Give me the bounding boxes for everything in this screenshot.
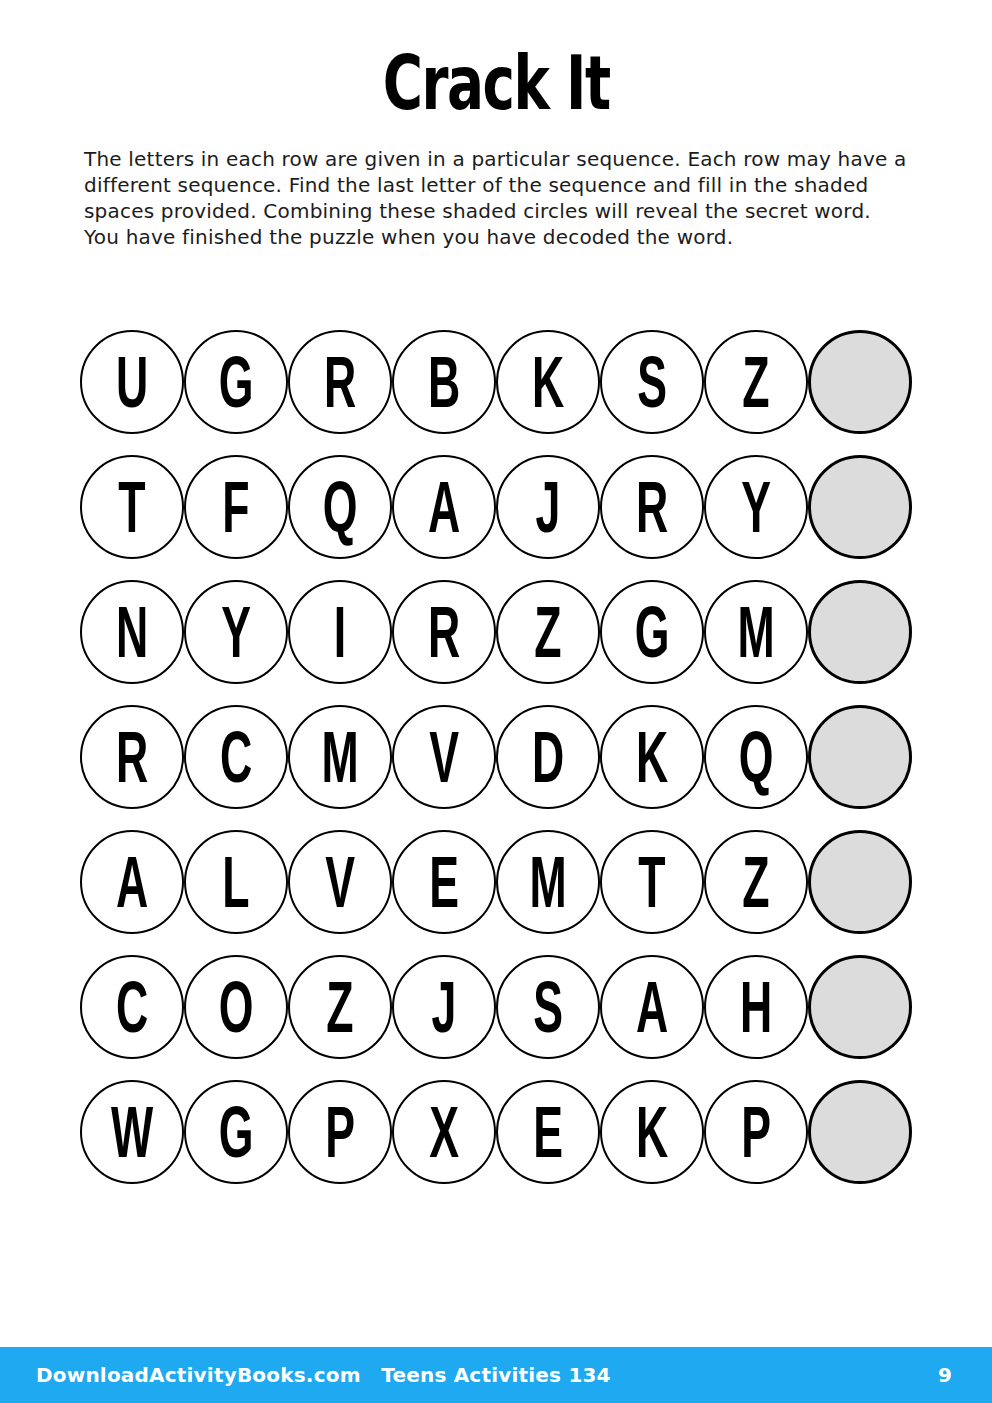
puzzle-board: UGRBKSZTFQAJRYNYIRZGMRCMVDKQALVEMTZCOZJS… bbox=[80, 330, 912, 1184]
letter-circle: K bbox=[600, 705, 704, 809]
letter-glyph: K bbox=[636, 1096, 668, 1168]
letter-glyph: R bbox=[324, 346, 356, 418]
letter-circle: F bbox=[184, 455, 288, 559]
board-row: RCMVDKQ bbox=[80, 705, 912, 809]
letter-glyph: E bbox=[533, 1096, 563, 1168]
letter-circle: Z bbox=[496, 580, 600, 684]
letter-glyph: Z bbox=[534, 596, 561, 668]
letter-glyph: J bbox=[432, 971, 457, 1043]
puzzle-page: Crack It The letters in each row are giv… bbox=[0, 0, 992, 1403]
footer-bar: DownloadActivityBooks.com Teens Activiti… bbox=[0, 1347, 992, 1403]
letter-circle: U bbox=[80, 330, 184, 434]
letter-glyph: R bbox=[116, 721, 148, 793]
letter-circle: Z bbox=[704, 330, 808, 434]
letter-circle: K bbox=[600, 1080, 704, 1184]
letter-circle: T bbox=[600, 830, 704, 934]
letter-glyph: A bbox=[428, 471, 460, 543]
letter-circle: R bbox=[288, 330, 392, 434]
letter-glyph: N bbox=[116, 596, 148, 668]
letter-glyph: G bbox=[219, 1096, 254, 1168]
answer-circle-shaded[interactable] bbox=[808, 955, 912, 1059]
letter-glyph: M bbox=[321, 721, 358, 793]
board-row: NYIRZGM bbox=[80, 580, 912, 684]
answer-circle-shaded[interactable] bbox=[808, 455, 912, 559]
letter-circle: Q bbox=[288, 455, 392, 559]
letter-circle: D bbox=[496, 705, 600, 809]
letter-glyph: Z bbox=[326, 971, 353, 1043]
letter-circle: P bbox=[704, 1080, 808, 1184]
letter-circle: V bbox=[392, 705, 496, 809]
letter-circle: Z bbox=[704, 830, 808, 934]
letter-circle: R bbox=[392, 580, 496, 684]
letter-circle: J bbox=[392, 955, 496, 1059]
footer-book-title: Teens Activities 134 bbox=[0, 1363, 992, 1387]
answer-circle-shaded[interactable] bbox=[808, 830, 912, 934]
letter-glyph: E bbox=[429, 846, 459, 918]
letter-glyph: B bbox=[428, 346, 460, 418]
letter-circle: M bbox=[704, 580, 808, 684]
footer-page-number: 9 bbox=[938, 1363, 952, 1387]
letter-glyph: X bbox=[429, 1096, 459, 1168]
letter-glyph: C bbox=[116, 971, 148, 1043]
letter-circle: Y bbox=[184, 580, 288, 684]
letter-glyph: K bbox=[636, 721, 668, 793]
letter-glyph: M bbox=[737, 596, 774, 668]
letter-glyph: I bbox=[334, 596, 346, 668]
letter-circle: G bbox=[184, 330, 288, 434]
letter-glyph: D bbox=[532, 721, 564, 793]
letter-glyph: H bbox=[740, 971, 772, 1043]
letter-circle: A bbox=[80, 830, 184, 934]
letter-circle: P bbox=[288, 1080, 392, 1184]
letter-glyph: A bbox=[116, 846, 148, 918]
letter-glyph: Q bbox=[323, 471, 358, 543]
letter-glyph: T bbox=[118, 471, 145, 543]
letter-circle: G bbox=[600, 580, 704, 684]
letter-glyph: U bbox=[116, 346, 148, 418]
letter-glyph: T bbox=[638, 846, 665, 918]
letter-glyph: M bbox=[529, 846, 566, 918]
letter-circle: A bbox=[392, 455, 496, 559]
letter-circle: N bbox=[80, 580, 184, 684]
letter-glyph: R bbox=[428, 596, 460, 668]
letter-circle: W bbox=[80, 1080, 184, 1184]
letter-circle: J bbox=[496, 455, 600, 559]
letter-glyph: V bbox=[325, 846, 355, 918]
letter-circle: M bbox=[496, 830, 600, 934]
board-row: ALVEMTZ bbox=[80, 830, 912, 934]
letter-circle: R bbox=[600, 455, 704, 559]
letter-circle: V bbox=[288, 830, 392, 934]
letter-glyph: Z bbox=[742, 846, 769, 918]
page-title: Crack It bbox=[383, 46, 610, 120]
letter-glyph: L bbox=[222, 846, 249, 918]
letter-glyph: Y bbox=[221, 596, 251, 668]
letter-glyph: F bbox=[222, 471, 249, 543]
letter-glyph: K bbox=[532, 346, 564, 418]
letter-glyph: Q bbox=[739, 721, 774, 793]
letter-glyph: G bbox=[219, 346, 254, 418]
letter-circle: O bbox=[184, 955, 288, 1059]
letter-circle: S bbox=[600, 330, 704, 434]
letter-circle: L bbox=[184, 830, 288, 934]
letter-circle: M bbox=[288, 705, 392, 809]
letter-glyph: Y bbox=[741, 471, 771, 543]
letter-glyph: P bbox=[325, 1096, 355, 1168]
letter-circle: H bbox=[704, 955, 808, 1059]
letter-glyph: S bbox=[637, 346, 667, 418]
letter-circle: E bbox=[392, 830, 496, 934]
letter-circle: X bbox=[392, 1080, 496, 1184]
letter-circle: C bbox=[184, 705, 288, 809]
letter-glyph: Z bbox=[742, 346, 769, 418]
letter-circle: B bbox=[392, 330, 496, 434]
letter-circle: R bbox=[80, 705, 184, 809]
letter-glyph: G bbox=[635, 596, 670, 668]
letter-glyph: P bbox=[741, 1096, 771, 1168]
letter-circle: S bbox=[496, 955, 600, 1059]
instructions-text: The letters in each row are given in a p… bbox=[84, 146, 908, 250]
letter-circle: I bbox=[288, 580, 392, 684]
letter-circle: G bbox=[184, 1080, 288, 1184]
letter-glyph: V bbox=[429, 721, 459, 793]
letter-circle: K bbox=[496, 330, 600, 434]
letter-circle: C bbox=[80, 955, 184, 1059]
letter-glyph: R bbox=[636, 471, 668, 543]
letter-glyph: A bbox=[636, 971, 668, 1043]
letter-circle: Y bbox=[704, 455, 808, 559]
answer-circle-shaded[interactable] bbox=[808, 330, 912, 434]
board-row: UGRBKSZ bbox=[80, 330, 912, 434]
board-row: TFQAJRY bbox=[80, 455, 912, 559]
letter-glyph: W bbox=[111, 1096, 153, 1168]
letter-glyph: O bbox=[219, 971, 254, 1043]
answer-circle-shaded[interactable] bbox=[808, 705, 912, 809]
answer-circle-shaded[interactable] bbox=[808, 1080, 912, 1184]
board-row: COZJSAH bbox=[80, 955, 912, 1059]
letter-circle: Q bbox=[704, 705, 808, 809]
title-wrap: Crack It bbox=[0, 46, 992, 120]
letter-circle: A bbox=[600, 955, 704, 1059]
letter-circle: Z bbox=[288, 955, 392, 1059]
letter-circle: E bbox=[496, 1080, 600, 1184]
letter-glyph: C bbox=[220, 721, 252, 793]
letter-circle: T bbox=[80, 455, 184, 559]
letter-glyph: J bbox=[536, 471, 561, 543]
letter-glyph: S bbox=[533, 971, 563, 1043]
answer-circle-shaded[interactable] bbox=[808, 580, 912, 684]
board-row: WGPXEKP bbox=[80, 1080, 912, 1184]
